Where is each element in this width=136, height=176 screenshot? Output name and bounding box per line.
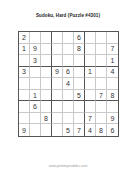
cell-r7c8[interactable] (96, 101, 107, 113)
cell-r7c7[interactable] (85, 101, 96, 113)
cell-r4c4[interactable]: 9 (52, 67, 63, 79)
cell-r3c7[interactable] (85, 55, 96, 67)
cell-r9c9[interactable]: 6 (107, 124, 118, 136)
cell-r3c2[interactable]: 3 (30, 55, 41, 67)
cell-r5c9[interactable] (107, 78, 118, 90)
cell-r5c8[interactable] (96, 78, 107, 90)
cell-r4c3[interactable] (41, 67, 52, 79)
cell-r7c3[interactable] (41, 101, 52, 113)
cell-r4c5[interactable]: 6 (63, 67, 74, 79)
cell-r5c5[interactable]: 4 (63, 78, 74, 90)
cell-r9c8[interactable]: 8 (96, 124, 107, 136)
cell-r6c4[interactable] (52, 90, 63, 102)
cell-r3c4[interactable] (52, 55, 63, 67)
cell-r5c1[interactable] (19, 78, 30, 90)
cell-r3c6[interactable] (74, 55, 85, 67)
cell-r2c5[interactable] (63, 44, 74, 56)
cell-r1c4[interactable] (52, 32, 63, 44)
cell-r8c1[interactable] (19, 113, 30, 125)
cell-r7c9[interactable] (107, 101, 118, 113)
cell-r2c7[interactable] (85, 44, 96, 56)
cell-r2c6[interactable]: 8 (74, 44, 85, 56)
cell-r8c5[interactable] (63, 113, 74, 125)
cell-r5c7[interactable] (85, 78, 96, 90)
cell-r2c1[interactable]: 1 (19, 44, 30, 56)
cell-r5c4[interactable] (52, 78, 63, 90)
cell-r4c6[interactable] (74, 67, 85, 79)
cell-r9c5[interactable]: 5 (63, 124, 74, 136)
cell-r4c1[interactable]: 3 (19, 67, 30, 79)
cell-r2c9[interactable]: 7 (107, 44, 118, 56)
page-title: Sudoku, Hard (Puzzle #4301) (0, 13, 136, 18)
cell-r1c9[interactable] (107, 32, 118, 44)
cell-r9c6[interactable]: 7 (74, 124, 85, 136)
cell-r6c9[interactable]: 8 (107, 90, 118, 102)
cell-r4c9[interactable]: 4 (107, 67, 118, 79)
cell-r6c1[interactable] (19, 90, 30, 102)
cell-r2c4[interactable] (52, 44, 63, 56)
cell-r3c8[interactable] (96, 55, 107, 67)
cell-r1c5[interactable] (63, 32, 74, 44)
cell-r5c2[interactable] (30, 78, 41, 90)
cell-r6c5[interactable] (63, 90, 74, 102)
cell-r1c7[interactable] (85, 32, 96, 44)
cell-r9c4[interactable] (52, 124, 63, 136)
cell-r2c3[interactable] (41, 44, 52, 56)
cell-r2c8[interactable] (96, 44, 107, 56)
cell-r3c3[interactable] (41, 55, 52, 67)
cell-r9c3[interactable] (41, 124, 52, 136)
cell-r6c6[interactable]: 5 (74, 90, 85, 102)
cell-r6c8[interactable]: 7 (96, 90, 107, 102)
cell-r1c8[interactable] (96, 32, 107, 44)
cell-r8c2[interactable] (30, 113, 41, 125)
cell-r1c6[interactable]: 6 (74, 32, 85, 44)
cell-r8c7[interactable]: 7 (85, 113, 96, 125)
cell-r3c1[interactable] (19, 55, 30, 67)
cell-r7c4[interactable] (52, 101, 63, 113)
cell-r8c4[interactable] (52, 113, 63, 125)
sudoku-sheet: { "game": "sudoku", "header": { "title":… (0, 0, 136, 176)
cell-r6c2[interactable]: 1 (30, 90, 41, 102)
cell-r5c6[interactable] (74, 78, 85, 90)
cell-r8c9[interactable]: 9 (107, 113, 118, 125)
sudoku-grid: 2619873139614415786879957486 (18, 31, 119, 137)
cell-r6c3[interactable] (41, 90, 52, 102)
cell-r1c1[interactable]: 2 (19, 32, 30, 44)
cell-r7c6[interactable] (74, 101, 85, 113)
cell-r2c2[interactable]: 9 (30, 44, 41, 56)
cell-r5c3[interactable] (41, 78, 52, 90)
cell-r7c5[interactable] (63, 101, 74, 113)
cell-r3c5[interactable] (63, 55, 74, 67)
cell-r7c2[interactable]: 6 (30, 101, 41, 113)
cell-r4c7[interactable]: 1 (85, 67, 96, 79)
cell-r4c2[interactable] (30, 67, 41, 79)
cell-r6c7[interactable] (85, 90, 96, 102)
cell-r8c3[interactable]: 8 (41, 113, 52, 125)
footer-url: www.printmysudoku.com (0, 164, 136, 168)
cell-r4c8[interactable] (96, 67, 107, 79)
cell-r8c6[interactable] (74, 113, 85, 125)
cell-r9c2[interactable] (30, 124, 41, 136)
cell-r3c9[interactable]: 1 (107, 55, 118, 67)
cell-r9c7[interactable]: 4 (85, 124, 96, 136)
cell-r1c3[interactable] (41, 32, 52, 44)
cell-r8c8[interactable] (96, 113, 107, 125)
cell-r7c1[interactable] (19, 101, 30, 113)
cell-r9c1[interactable]: 9 (19, 124, 30, 136)
cell-r1c2[interactable] (30, 32, 41, 44)
